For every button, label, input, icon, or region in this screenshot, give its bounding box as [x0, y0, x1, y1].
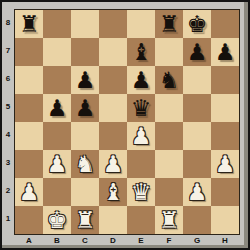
- square-d1[interactable]: [99, 206, 127, 234]
- white-knight[interactable]: ♞: [75, 150, 96, 178]
- rank-label-3: 3: [2, 149, 14, 177]
- square-a2[interactable]: ♟: [15, 178, 43, 206]
- frame-shadow-bottom: [2, 245, 248, 248]
- square-d5[interactable]: [99, 94, 127, 122]
- square-a1[interactable]: [15, 206, 43, 234]
- chess-board-frame: 87654321 ♜♜♚♝♟♟♟♟♞♟♟♛♟♟♞♟♟♟♝♛♟♚♜♜ ABCDEF…: [0, 0, 250, 250]
- black-rook[interactable]: ♜: [159, 10, 180, 38]
- black-king[interactable]: ♚: [187, 10, 208, 38]
- rank-label-2: 2: [2, 177, 14, 205]
- square-e6[interactable]: ♟: [127, 66, 155, 94]
- square-a8[interactable]: ♜: [15, 10, 43, 38]
- rank-label-8: 8: [2, 9, 14, 37]
- square-h4[interactable]: [211, 122, 239, 150]
- square-g7[interactable]: ♟: [183, 38, 211, 66]
- square-c4[interactable]: [71, 122, 99, 150]
- black-pawn[interactable]: ♟: [75, 94, 96, 122]
- square-c3[interactable]: ♞: [71, 150, 99, 178]
- white-king[interactable]: ♚: [47, 206, 68, 234]
- square-d2[interactable]: ♝: [99, 178, 127, 206]
- white-bishop[interactable]: ♝: [103, 178, 124, 206]
- square-c8[interactable]: [71, 10, 99, 38]
- black-pawn[interactable]: ♟: [47, 94, 68, 122]
- frame-shadow-right: [244, 2, 248, 248]
- square-g2[interactable]: ♟: [183, 178, 211, 206]
- square-b7[interactable]: [43, 38, 71, 66]
- square-f4[interactable]: [155, 122, 183, 150]
- square-b8[interactable]: [43, 10, 71, 38]
- square-f6[interactable]: ♞: [155, 66, 183, 94]
- square-e4[interactable]: ♟: [127, 122, 155, 150]
- white-pawn[interactable]: ♟: [187, 178, 208, 206]
- black-bishop[interactable]: ♝: [131, 38, 152, 66]
- square-g3[interactable]: [183, 150, 211, 178]
- square-f1[interactable]: ♜: [155, 206, 183, 234]
- square-d7[interactable]: [99, 38, 127, 66]
- square-a6[interactable]: [15, 66, 43, 94]
- black-queen[interactable]: ♛: [131, 94, 152, 122]
- square-c2[interactable]: [71, 178, 99, 206]
- square-b3[interactable]: ♟: [43, 150, 71, 178]
- square-g4[interactable]: [183, 122, 211, 150]
- square-a4[interactable]: [15, 122, 43, 150]
- square-g8[interactable]: ♚: [183, 10, 211, 38]
- black-pawn[interactable]: ♟: [131, 66, 152, 94]
- rank-label-4: 4: [2, 121, 14, 149]
- square-f2[interactable]: [155, 178, 183, 206]
- black-knight[interactable]: ♞: [159, 66, 180, 94]
- square-h1[interactable]: [211, 206, 239, 234]
- white-rook[interactable]: ♜: [159, 206, 180, 234]
- square-d6[interactable]: [99, 66, 127, 94]
- square-g1[interactable]: [183, 206, 211, 234]
- square-f7[interactable]: [155, 38, 183, 66]
- square-d3[interactable]: ♟: [99, 150, 127, 178]
- black-pawn[interactable]: ♟: [75, 66, 96, 94]
- board: ♜♜♚♝♟♟♟♟♞♟♟♛♟♟♞♟♟♟♝♛♟♚♜♜: [14, 9, 240, 235]
- square-c6[interactable]: ♟: [71, 66, 99, 94]
- square-g6[interactable]: [183, 66, 211, 94]
- white-pawn[interactable]: ♟: [215, 150, 236, 178]
- square-b6[interactable]: [43, 66, 71, 94]
- square-e8[interactable]: [127, 10, 155, 38]
- white-pawn[interactable]: ♟: [131, 122, 152, 150]
- square-e2[interactable]: ♛: [127, 178, 155, 206]
- square-h3[interactable]: ♟: [211, 150, 239, 178]
- square-e7[interactable]: ♝: [127, 38, 155, 66]
- square-d8[interactable]: [99, 10, 127, 38]
- square-b2[interactable]: [43, 178, 71, 206]
- square-e3[interactable]: [127, 150, 155, 178]
- square-f8[interactable]: ♜: [155, 10, 183, 38]
- square-h2[interactable]: [211, 178, 239, 206]
- white-rook[interactable]: ♜: [75, 206, 96, 234]
- square-h6[interactable]: [211, 66, 239, 94]
- square-h7[interactable]: ♟: [211, 38, 239, 66]
- square-a3[interactable]: [15, 150, 43, 178]
- square-a7[interactable]: [15, 38, 43, 66]
- square-b5[interactable]: ♟: [43, 94, 71, 122]
- square-f3[interactable]: [155, 150, 183, 178]
- rank-labels: 87654321: [2, 9, 14, 235]
- square-b4[interactable]: [43, 122, 71, 150]
- black-pawn[interactable]: ♟: [215, 38, 236, 66]
- square-b1[interactable]: ♚: [43, 206, 71, 234]
- rank-label-6: 6: [2, 65, 14, 93]
- rank-label-7: 7: [2, 37, 14, 65]
- square-c7[interactable]: [71, 38, 99, 66]
- square-d4[interactable]: [99, 122, 127, 150]
- white-pawn[interactable]: ♟: [19, 178, 40, 206]
- square-e5[interactable]: ♛: [127, 94, 155, 122]
- square-a5[interactable]: [15, 94, 43, 122]
- square-h8[interactable]: [211, 10, 239, 38]
- square-f5[interactable]: [155, 94, 183, 122]
- square-e1[interactable]: [127, 206, 155, 234]
- rank-label-1: 1: [2, 205, 14, 233]
- rank-label-5: 5: [2, 93, 14, 121]
- white-pawn[interactable]: ♟: [47, 150, 68, 178]
- square-h5[interactable]: [211, 94, 239, 122]
- white-queen[interactable]: ♛: [131, 178, 152, 206]
- white-pawn[interactable]: ♟: [103, 150, 124, 178]
- square-c5[interactable]: ♟: [71, 94, 99, 122]
- square-g5[interactable]: [183, 94, 211, 122]
- black-pawn[interactable]: ♟: [187, 38, 208, 66]
- square-c1[interactable]: ♜: [71, 206, 99, 234]
- black-rook[interactable]: ♜: [19, 10, 40, 38]
